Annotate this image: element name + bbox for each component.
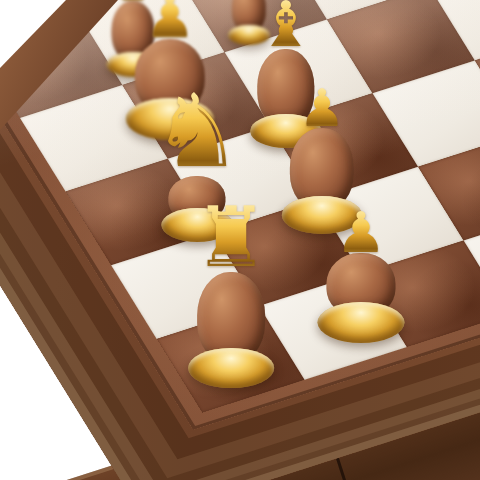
piece-gold-base xyxy=(317,302,404,343)
chess-set-photo: ♟♟♟♝♟♞♟♜ xyxy=(0,0,480,480)
piece-pawn-b1[interactable]: ♟ xyxy=(317,205,404,343)
knight-glyph: ♞ xyxy=(151,81,242,183)
pieces-layer: ♟♟♟♝♟♞♟♜ xyxy=(0,0,480,480)
pawn-glyph: ♟ xyxy=(299,83,346,135)
bishop-glyph: ♝ xyxy=(258,0,314,56)
pawn-glyph: ♟ xyxy=(336,205,386,261)
piece-gold-base xyxy=(188,348,274,388)
piece-rook-a1[interactable]: ♜ xyxy=(188,196,274,388)
pawn-glyph: ♟ xyxy=(144,0,195,46)
rook-glyph: ♜ xyxy=(194,196,269,279)
